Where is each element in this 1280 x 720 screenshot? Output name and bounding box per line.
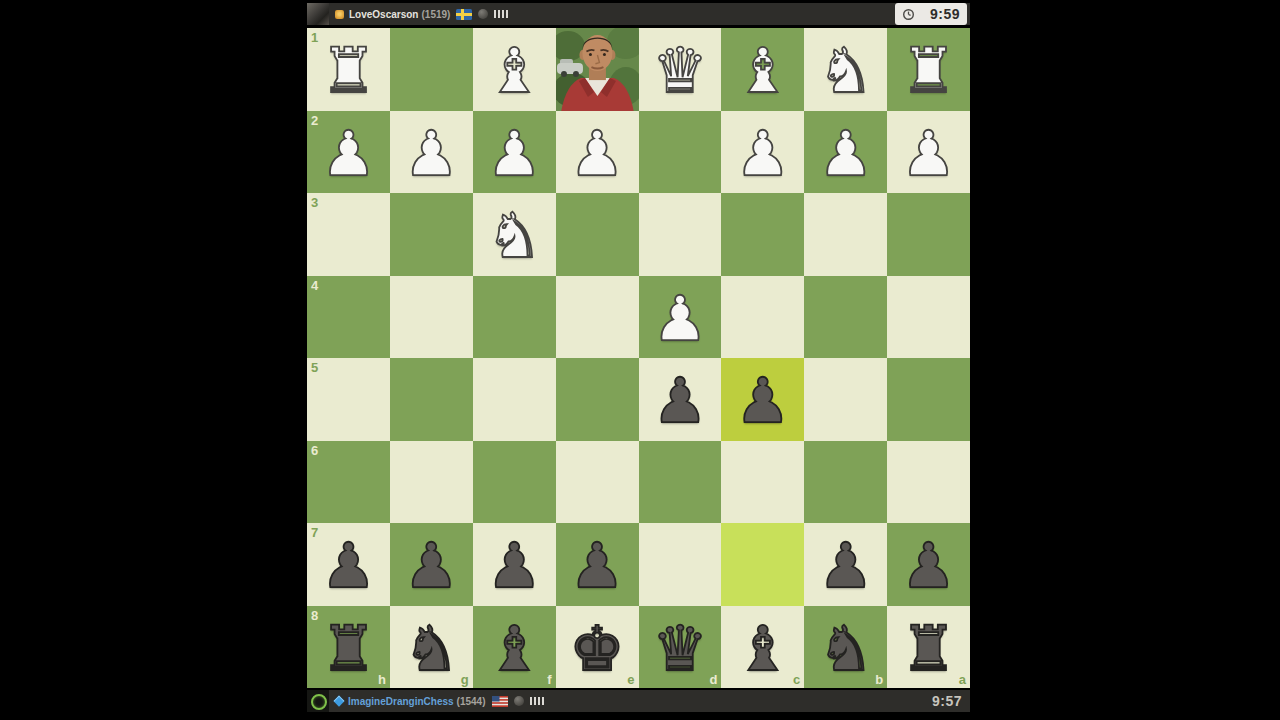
piece-bR-h8[interactable]: ♜ [307, 606, 390, 689]
square-f4[interactable] [473, 276, 556, 359]
square-g7[interactable]: ♟ [390, 523, 473, 606]
piece-wP-h2[interactable]: ♟ [307, 111, 390, 194]
square-c3[interactable] [721, 193, 804, 276]
square-h2[interactable]: 2♟ [307, 111, 390, 194]
bottom-player-bar: ImagineDranginChess (1544) [307, 690, 970, 712]
square-c7[interactable] [721, 523, 804, 606]
square-a5[interactable] [887, 358, 970, 441]
square-e6[interactable] [556, 441, 639, 524]
square-c8[interactable]: c♝ [721, 606, 804, 689]
square-c6[interactable] [721, 441, 804, 524]
top-player-rating: (1519) [421, 9, 450, 20]
piece-wB-f1[interactable]: ♝ [473, 28, 556, 111]
chess-board[interactable]: 1♜♝ ♛♝♞♜2♟♟♟♟♟♟♟ [307, 28, 970, 688]
piece-wB-c1[interactable]: ♝ [721, 28, 804, 111]
square-b8[interactable]: b♞ [804, 606, 887, 689]
piece-bB-f8[interactable]: ♝ [473, 606, 556, 689]
square-d8[interactable]: d♛ [639, 606, 722, 689]
square-g5[interactable] [390, 358, 473, 441]
connection-bars-icon [494, 10, 508, 18]
rank-label: 6 [311, 444, 318, 457]
piece-wP-f2[interactable]: ♟ [473, 111, 556, 194]
square-a8[interactable]: a♜ [887, 606, 970, 689]
square-c5[interactable]: ♟ [721, 358, 804, 441]
square-f3[interactable]: ♞ [473, 193, 556, 276]
square-b6[interactable] [804, 441, 887, 524]
white-clock-time: 9:59 [930, 6, 960, 22]
square-d1[interactable]: ♛ [639, 28, 722, 111]
square-d5[interactable]: ♟ [639, 358, 722, 441]
piece-bN-b8[interactable]: ♞ [804, 606, 887, 689]
square-e4[interactable] [556, 276, 639, 359]
piece-wP-d4[interactable]: ♟ [639, 276, 722, 359]
piece-bQ-d8[interactable]: ♛ [639, 606, 722, 689]
piece-bN-g8[interactable]: ♞ [390, 606, 473, 689]
square-a2[interactable]: ♟ [887, 111, 970, 194]
piece-bP-c5[interactable]: ♟ [721, 358, 804, 441]
square-d7[interactable] [639, 523, 722, 606]
bottom-player-name[interactable]: ImagineDranginChess [348, 696, 454, 707]
piece-wR-a1[interactable]: ♜ [887, 28, 970, 111]
piece-bP-b7[interactable]: ♟ [804, 523, 887, 606]
square-h8[interactable]: 8h♜ [307, 606, 390, 689]
piece-wR-h1[interactable]: ♜ [307, 28, 390, 111]
piece-bP-d5[interactable]: ♟ [639, 358, 722, 441]
piece-bP-e7[interactable]: ♟ [556, 523, 639, 606]
diamond-badge-icon [333, 695, 344, 706]
square-a7[interactable]: ♟ [887, 523, 970, 606]
photo-king-piece[interactable] [556, 28, 639, 112]
piece-wQ-d1[interactable]: ♛ [639, 28, 722, 111]
screen: LoveOscarson (1519) 9:59 1♜♝ [0, 0, 1280, 720]
square-e8[interactable]: e♚ [556, 606, 639, 689]
square-e5[interactable] [556, 358, 639, 441]
rank-label: 3 [311, 196, 318, 209]
piece-bP-g7[interactable]: ♟ [390, 523, 473, 606]
square-g2[interactable]: ♟ [390, 111, 473, 194]
piece-wP-g2[interactable]: ♟ [390, 111, 473, 194]
square-f6[interactable] [473, 441, 556, 524]
square-f5[interactable] [473, 358, 556, 441]
square-b2[interactable]: ♟ [804, 111, 887, 194]
rank-label: 4 [311, 279, 318, 292]
square-b4[interactable] [804, 276, 887, 359]
square-g4[interactable] [390, 276, 473, 359]
square-a6[interactable] [887, 441, 970, 524]
square-f8[interactable]: f♝ [473, 606, 556, 689]
square-b5[interactable] [804, 358, 887, 441]
square-g8[interactable]: g♞ [390, 606, 473, 689]
square-d4[interactable]: ♟ [639, 276, 722, 359]
square-c1[interactable]: ♝ [721, 28, 804, 111]
globe-badge-icon [514, 696, 524, 706]
square-e1[interactable] [556, 28, 639, 111]
clock-icon [902, 8, 915, 21]
black-clock: 9:57 [932, 690, 962, 712]
top-player-avatar[interactable] [307, 3, 329, 25]
square-b7[interactable]: ♟ [804, 523, 887, 606]
piece-bP-f7[interactable]: ♟ [473, 523, 556, 606]
bottom-player-avatar[interactable] [307, 690, 329, 712]
square-g6[interactable] [390, 441, 473, 524]
square-c4[interactable] [721, 276, 804, 359]
square-b3[interactable] [804, 193, 887, 276]
square-h4[interactable]: 4 [307, 276, 390, 359]
piece-bR-a8[interactable]: ♜ [887, 606, 970, 689]
square-b1[interactable]: ♞ [804, 28, 887, 111]
top-player-name[interactable]: LoveOscarson [349, 9, 418, 20]
white-clock: 9:59 [895, 3, 967, 25]
square-f7[interactable]: ♟ [473, 523, 556, 606]
square-h3[interactable]: 3 [307, 193, 390, 276]
membership-badge-icon [335, 10, 344, 19]
piece-bP-h7[interactable]: ♟ [307, 523, 390, 606]
piece-wP-b2[interactable]: ♟ [804, 111, 887, 194]
piece-wP-a2[interactable]: ♟ [887, 111, 970, 194]
square-d2[interactable] [639, 111, 722, 194]
square-h7[interactable]: 7♟ [307, 523, 390, 606]
square-c2[interactable]: ♟ [721, 111, 804, 194]
square-a1[interactable]: ♜ [887, 28, 970, 111]
bottom-player-rating: (1544) [457, 696, 486, 707]
piece-wN-f3[interactable]: ♞ [473, 193, 556, 276]
square-d6[interactable] [639, 441, 722, 524]
square-e3[interactable] [556, 193, 639, 276]
square-h5[interactable]: 5 [307, 358, 390, 441]
piece-bP-a7[interactable]: ♟ [887, 523, 970, 606]
top-player-bar: LoveOscarson (1519) [307, 3, 970, 25]
piece-bB-c8[interactable]: ♝ [721, 606, 804, 689]
square-d3[interactable] [639, 193, 722, 276]
globe-badge-icon [478, 9, 488, 19]
piece-wN-b1[interactable]: ♞ [804, 28, 887, 111]
square-f1[interactable]: ♝ [473, 28, 556, 111]
piece-bK-e8[interactable]: ♚ [556, 606, 639, 689]
piece-wP-c2[interactable]: ♟ [721, 111, 804, 194]
square-h1[interactable]: 1♜ [307, 28, 390, 111]
sweden-flag-icon [456, 9, 472, 20]
game-column: LoveOscarson (1519) 9:59 1♜♝ [307, 0, 970, 720]
square-a3[interactable] [887, 193, 970, 276]
piece-wP-e2[interactable]: ♟ [556, 111, 639, 194]
black-clock-time: 9:57 [932, 693, 962, 709]
connection-bars-icon [530, 697, 544, 705]
square-h6[interactable]: 6 [307, 441, 390, 524]
square-e7[interactable]: ♟ [556, 523, 639, 606]
square-a4[interactable] [887, 276, 970, 359]
square-g1[interactable] [390, 28, 473, 111]
square-e2[interactable]: ♟ [556, 111, 639, 194]
rank-label: 5 [311, 361, 318, 374]
square-g3[interactable] [390, 193, 473, 276]
us-flag-icon [492, 696, 508, 707]
square-f2[interactable]: ♟ [473, 111, 556, 194]
